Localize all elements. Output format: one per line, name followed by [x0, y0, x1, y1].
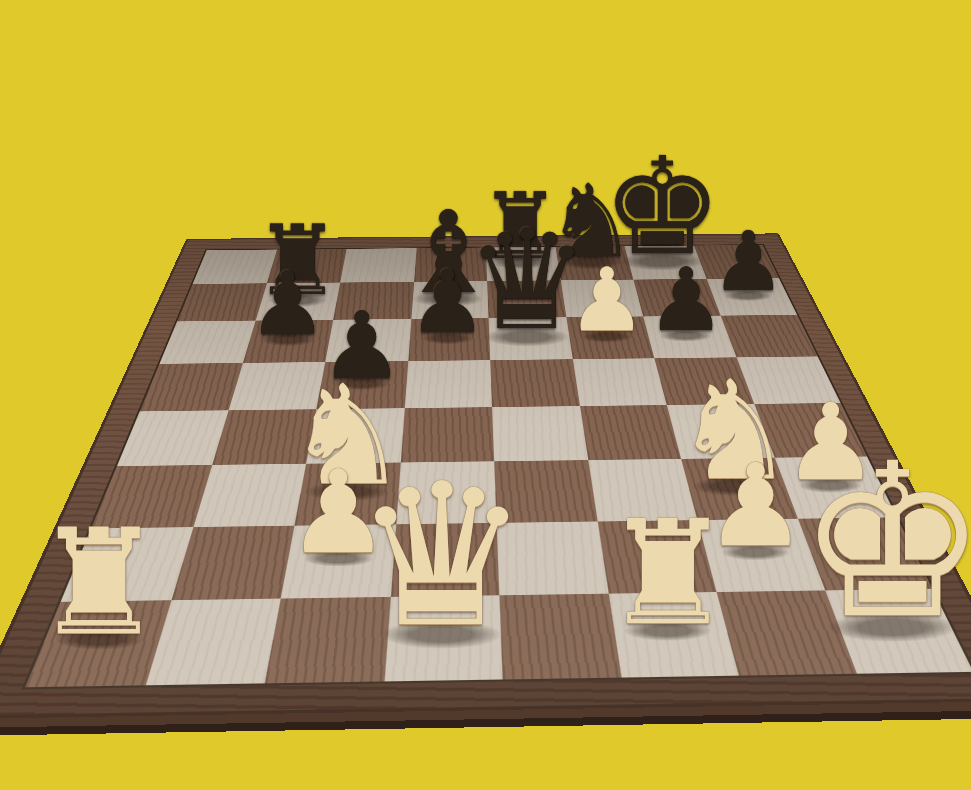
app-background: ♚♜♞♜♝♟♛♟♟♟♟♟♞♞♟♟♟♜♛♜♚	[0, 0, 971, 790]
square-a4[interactable]	[117, 410, 228, 466]
piece-black-pawn-d6[interactable]: ♟	[408, 259, 486, 347]
piece-white-queen-d1[interactable]: ♛	[353, 457, 530, 654]
square-d5[interactable]	[404, 360, 492, 408]
piece-white-rook-a1[interactable]: ♜	[34, 508, 165, 654]
rook-icon: ♜	[603, 501, 733, 646]
square-f4[interactable]	[580, 405, 682, 460]
square-e5[interactable]	[490, 359, 579, 407]
piece-white-king-h1[interactable]: ♚	[797, 436, 971, 648]
piece-black-pawn-b6[interactable]: ♟	[248, 261, 327, 349]
piece-white-rook-f1[interactable]: ♜	[603, 501, 733, 646]
square-b2[interactable]	[171, 526, 294, 600]
pawn-icon: ♟	[248, 261, 327, 349]
pawn-icon: ♟	[408, 259, 486, 347]
king-icon: ♚	[797, 436, 971, 648]
rook-icon: ♜	[34, 508, 165, 654]
square-a5[interactable]	[140, 363, 243, 412]
queen-icon: ♛	[353, 457, 530, 654]
square-f5[interactable]	[572, 358, 666, 406]
square-a6[interactable]	[160, 321, 256, 364]
piece-black-pawn-g6[interactable]: ♟	[647, 257, 725, 344]
pawn-icon: ♟	[647, 257, 725, 344]
